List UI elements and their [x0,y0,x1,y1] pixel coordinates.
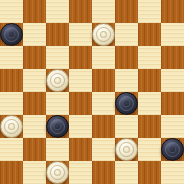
square-d2[interactable] [69,138,92,161]
square-g1[interactable] [138,161,161,184]
square-f2[interactable]: ⛀ [115,138,138,161]
square-f5 [115,69,138,92]
white-man[interactable]: ⛀ [46,69,69,92]
square-d3 [69,115,92,138]
square-f6[interactable] [115,46,138,69]
square-a3[interactable]: ⛀ [0,115,23,138]
square-d4[interactable] [69,92,92,115]
square-f8[interactable] [115,0,138,23]
square-f4[interactable]: ⛂ [115,92,138,115]
square-a1[interactable] [0,161,23,184]
square-a8 [0,0,23,23]
square-e7[interactable]: ⛀ [92,23,115,46]
checkers-board: ⛂⛀⛀⛂⛀⛂⛀⛂⛀ [0,0,184,184]
square-g2 [138,138,161,161]
square-h8[interactable] [161,0,184,23]
black-man[interactable]: ⛂ [0,23,23,46]
square-a4 [0,92,23,115]
square-h7 [161,23,184,46]
square-c2 [46,138,69,161]
square-e6 [92,46,115,69]
square-d8[interactable] [69,0,92,23]
square-e1[interactable] [92,161,115,184]
square-b6[interactable] [23,46,46,69]
square-g5[interactable] [138,69,161,92]
square-f3 [115,115,138,138]
black-man[interactable]: ⛂ [161,138,184,161]
white-man[interactable]: ⛀ [46,161,69,184]
square-g3[interactable] [138,115,161,138]
square-e8 [92,0,115,23]
square-a2 [0,138,23,161]
square-b5 [23,69,46,92]
square-b7 [23,23,46,46]
square-d7 [69,23,92,46]
square-c3[interactable]: ⛂ [46,115,69,138]
square-a5[interactable] [0,69,23,92]
white-man[interactable]: ⛀ [115,138,138,161]
square-h4[interactable] [161,92,184,115]
square-e3[interactable] [92,115,115,138]
square-d5 [69,69,92,92]
square-c8 [46,0,69,23]
square-f7 [115,23,138,46]
square-b2[interactable] [23,138,46,161]
square-c1[interactable]: ⛀ [46,161,69,184]
white-man[interactable]: ⛀ [92,23,115,46]
square-e2 [92,138,115,161]
square-d1 [69,161,92,184]
square-c7[interactable] [46,23,69,46]
square-g6 [138,46,161,69]
square-e4 [92,92,115,115]
square-f1 [115,161,138,184]
square-g7[interactable] [138,23,161,46]
square-a7[interactable]: ⛂ [0,23,23,46]
square-a6 [0,46,23,69]
square-b1 [23,161,46,184]
square-d6[interactable] [69,46,92,69]
square-b3 [23,115,46,138]
square-b4[interactable] [23,92,46,115]
black-man[interactable]: ⛂ [46,115,69,138]
square-c6 [46,46,69,69]
square-h1 [161,161,184,184]
square-c4 [46,92,69,115]
white-man[interactable]: ⛀ [0,115,23,138]
square-e5[interactable] [92,69,115,92]
square-c5[interactable]: ⛀ [46,69,69,92]
black-man[interactable]: ⛂ [115,92,138,115]
square-h3 [161,115,184,138]
square-h6[interactable] [161,46,184,69]
square-h5 [161,69,184,92]
square-b8[interactable] [23,0,46,23]
square-g4 [138,92,161,115]
square-h2[interactable]: ⛂ [161,138,184,161]
square-g8 [138,0,161,23]
